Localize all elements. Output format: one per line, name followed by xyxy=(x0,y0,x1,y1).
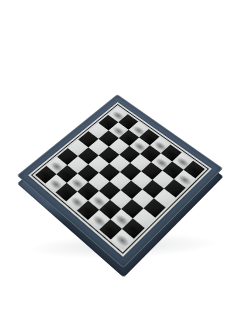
piece-silver-pawn: ♟ xyxy=(160,155,209,181)
product-photo: ♜♞♝♛♚♝♞♜♟♟♟♟♟♟♟♟♟♟♟♟♟♟♟♟♜♞♝♛♚♝♞♜ xyxy=(0,0,240,329)
board-tilt-wrapper: ♜♞♝♛♚♝♞♜♟♟♟♟♟♟♟♟♟♟♟♟♟♟♟♟♜♞♝♛♚♝♞♜ xyxy=(44,96,195,247)
piece-gold-rook: ♜ xyxy=(95,210,148,241)
board-perspective: ♜♞♝♛♚♝♞♜♟♟♟♟♟♟♟♟♟♟♟♟♟♟♟♟♜♞♝♛♚♝♞♜ xyxy=(44,96,195,247)
